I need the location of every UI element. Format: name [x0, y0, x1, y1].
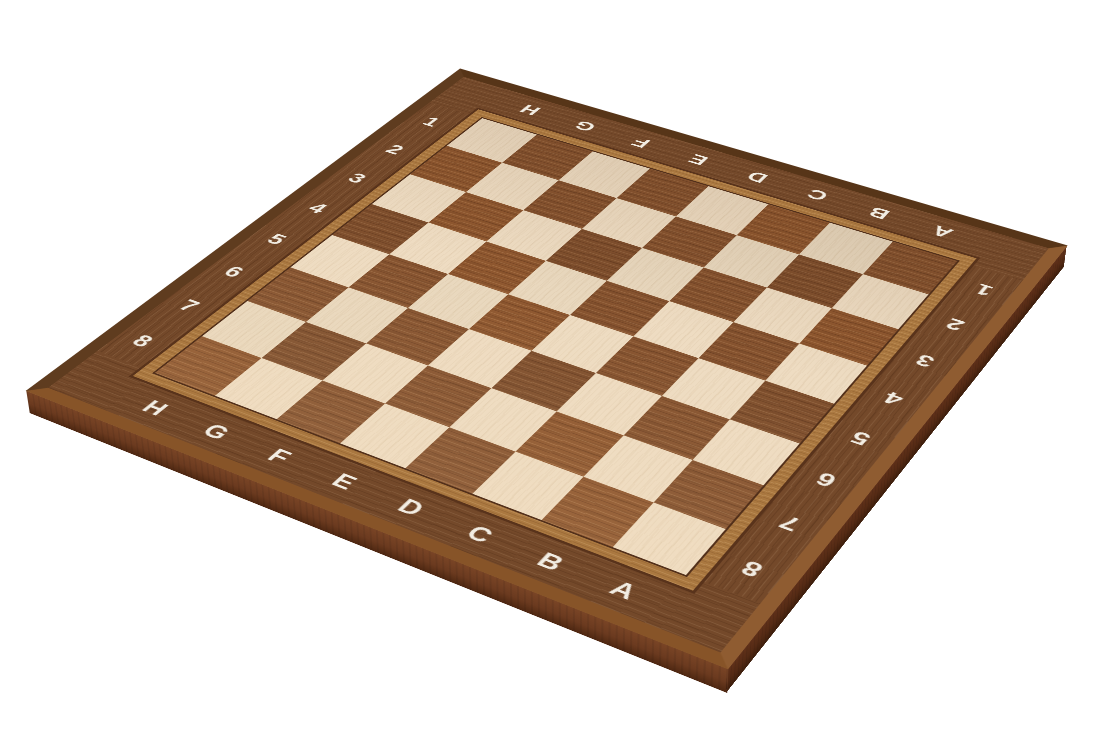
file-label-c-bottom_edge: C [428, 504, 531, 564]
square-d5[interactable] [532, 315, 634, 373]
square-b7[interactable] [584, 435, 693, 502]
square-g7[interactable] [262, 322, 367, 381]
square-b6[interactable] [624, 396, 730, 460]
rank-label-8-right_edge: 8 [704, 536, 799, 604]
square-f7[interactable] [322, 343, 427, 403]
square-f6[interactable] [366, 308, 469, 366]
square-b4[interactable] [698, 322, 799, 381]
file-label-b-bottom_edge: B [498, 531, 602, 593]
rank-label-3-right_edge: 3 [884, 335, 966, 388]
rank-label-7-right_edge: 7 [744, 492, 836, 556]
square-b5[interactable] [662, 358, 765, 419]
square-e6[interactable] [428, 329, 532, 388]
square-d6[interactable] [491, 351, 595, 412]
square-a4[interactable] [765, 344, 867, 404]
square-b8[interactable] [542, 477, 654, 547]
rank-label-4-right_edge: 4 [851, 371, 935, 427]
square-d7[interactable] [449, 388, 556, 451]
coordinate-strip-bottom: HGFEDCBA [106, 382, 675, 623]
square-a5[interactable] [730, 381, 834, 444]
rank-label-6-right_edge: 6 [781, 450, 870, 511]
square-c5[interactable] [596, 336, 699, 396]
board-scene: HGFEDCBA HGFEDCBA 12345678 12345678 [0, 0, 1097, 731]
rank-label-8-left_edge: 8 [97, 315, 187, 367]
square-a6[interactable] [693, 419, 800, 485]
coordinate-strip-right: 12345678 [704, 266, 1022, 604]
board-top-face: HGFEDCBA HGFEDCBA 12345678 12345678 [26, 68, 1068, 669]
square-g8[interactable] [215, 358, 322, 419]
square-c8[interactable] [472, 452, 583, 520]
product-photo: HGFEDCBA HGFEDCBA 12345678 12345678 [0, 0, 1097, 731]
square-e8[interactable] [340, 404, 449, 469]
square-f8[interactable] [277, 380, 385, 443]
file-label-h-bottom_edge: H [106, 382, 203, 434]
square-c7[interactable] [516, 411, 624, 476]
square-e7[interactable] [385, 365, 491, 427]
square-a7[interactable] [654, 460, 764, 529]
rank-label-5-right_edge: 5 [817, 409, 904, 468]
square-a3[interactable] [799, 308, 898, 366]
square-d8[interactable] [405, 427, 515, 494]
file-label-a-bottom_edge: A [570, 559, 676, 623]
square-h8[interactable] [155, 336, 262, 396]
square-c6[interactable] [557, 373, 662, 435]
square-a8[interactable] [613, 503, 726, 576]
